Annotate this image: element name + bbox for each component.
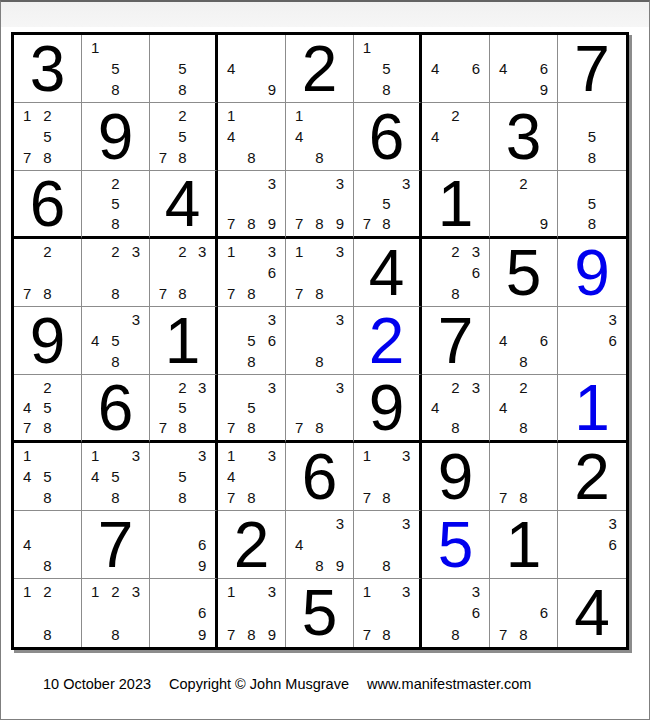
candidate-slot-empty (221, 262, 241, 283)
candidate-slot-empty (192, 79, 212, 100)
candidate-digit: 8 (377, 555, 397, 576)
candidate-slot-empty (58, 126, 78, 147)
candidate-digit: 3 (192, 377, 212, 397)
cell-r3c3[interactable]: 4 (150, 171, 218, 239)
candidate-slot-empty (582, 105, 603, 126)
cell-r4c6[interactable]: 4 (354, 239, 422, 307)
candidate-slot-empty (445, 37, 465, 58)
candidate-grid: 148 (218, 103, 285, 170)
candidate-slot-empty (513, 602, 533, 623)
given-digit: 6 (14, 171, 81, 236)
candidate-slot-empty (561, 513, 582, 534)
candidate-slot-empty (561, 126, 582, 147)
candidate-digit: 8 (582, 147, 603, 168)
candidate-slot-empty (85, 487, 105, 508)
given-digit: 3 (490, 103, 557, 170)
candidate-slot-empty (309, 330, 329, 351)
candidate-slot-empty (289, 193, 309, 213)
candidate-slot-empty (602, 214, 623, 234)
cell-r8c2[interactable]: 7 (82, 511, 150, 579)
candidate-slot-empty (37, 513, 57, 534)
candidate-slot-empty (58, 147, 78, 168)
candidate-slot-empty (105, 445, 125, 466)
cell-r6c1[interactable]: 24578 (14, 375, 82, 443)
candidate-slot-empty (241, 466, 261, 487)
cell-r2c1[interactable]: 12578 (14, 103, 82, 171)
candidate-slot-empty (153, 602, 173, 623)
candidate-slot-empty (58, 418, 78, 438)
candidate-digit: 1 (357, 445, 377, 466)
given-digit: 4 (354, 239, 419, 306)
cell-r3c7[interactable]: 1 (422, 171, 490, 239)
cell-r3c5[interactable]: 3789 (286, 171, 354, 239)
candidate-grid: 58 (150, 35, 215, 102)
cell-r6c3[interactable]: 23578 (150, 375, 218, 443)
cell-r2c2[interactable]: 9 (82, 103, 150, 171)
candidate-digit: 3 (466, 377, 486, 397)
candidate-digit: 7 (357, 624, 377, 645)
cell-r1c7[interactable]: 46 (422, 35, 490, 103)
candidate-digit: 3 (602, 309, 623, 330)
candidate-slot-empty (85, 58, 105, 79)
cell-r6c6[interactable]: 9 (354, 375, 422, 443)
cell-r7c5[interactable]: 6 (286, 443, 354, 511)
cell-r6c8[interactable]: 248 (490, 375, 558, 443)
candidate-digit: 3 (330, 377, 350, 397)
candidate-slot-empty (425, 418, 445, 438)
candidate-slot-empty (493, 466, 513, 487)
cell-r8c8[interactable]: 1 (490, 511, 558, 579)
candidate-grid: 3489 (286, 511, 353, 578)
candidate-digit: 3 (396, 445, 416, 466)
candidate-slot-empty (466, 283, 486, 304)
candidate-digit: 4 (289, 126, 309, 147)
candidate-slot-empty (126, 262, 146, 283)
cell-r8c5[interactable]: 3489 (286, 511, 354, 579)
cell-r8c9[interactable]: 36 (558, 511, 626, 579)
candidate-digit: 6 (534, 58, 554, 79)
candidate-digit: 2 (445, 105, 465, 126)
candidate-slot-empty (602, 173, 623, 193)
candidate-slot-empty (377, 513, 397, 534)
candidate-slot-empty (493, 445, 513, 466)
cell-r5c3[interactable]: 1 (150, 307, 218, 375)
candidate-slot-empty (221, 193, 241, 213)
candidate-digit: 5 (105, 466, 125, 487)
candidate-slot-empty (126, 283, 146, 304)
footer-website: www.manifestmaster.com (367, 676, 531, 692)
given-digit: 9 (82, 103, 149, 170)
cell-r9c5[interactable]: 5 (286, 579, 354, 647)
candidate-slot-empty (534, 397, 554, 417)
candidate-slot-empty (513, 79, 533, 100)
candidate-slot-empty (330, 330, 350, 351)
candidate-slot-empty (309, 377, 329, 397)
given-digit: 9 (14, 307, 81, 374)
cell-r5c4[interactable]: 3568 (218, 307, 286, 375)
candidate-slot-empty (192, 397, 212, 417)
candidate-digit: 2 (105, 173, 125, 193)
candidate-slot-empty (153, 105, 173, 126)
cell-r5c9[interactable]: 36 (558, 307, 626, 375)
candidate-grid: 278 (14, 239, 81, 306)
candidate-slot-empty (493, 351, 513, 372)
candidate-digit: 1 (221, 581, 241, 602)
cell-r9c9[interactable]: 4 (558, 579, 626, 647)
candidate-slot-empty (192, 581, 212, 602)
candidate-slot-empty (192, 262, 212, 283)
candidate-slot-empty (241, 309, 261, 330)
candidate-slot-empty (153, 581, 173, 602)
candidate-slot-empty (357, 534, 377, 555)
cell-r3c4[interactable]: 3789 (218, 171, 286, 239)
candidate-grid: 38 (286, 307, 353, 374)
candidate-grid: 1378 (354, 443, 419, 510)
cell-r7c7[interactable]: 9 (422, 443, 490, 511)
cell-r5c2[interactable]: 3458 (82, 307, 150, 375)
candidate-slot-empty (85, 262, 105, 283)
candidate-slot-empty (396, 555, 416, 576)
cell-r2c3[interactable]: 2578 (150, 103, 218, 171)
given-digit: 4 (558, 579, 626, 647)
cell-r4c3[interactable]: 2378 (150, 239, 218, 307)
candidate-slot-empty (173, 624, 193, 645)
candidate-grid: 3789 (286, 171, 353, 236)
candidate-slot-empty (534, 581, 554, 602)
candidate-slot-empty (241, 58, 261, 79)
given-digit: 7 (558, 35, 626, 102)
cell-r5c7[interactable]: 7 (422, 307, 490, 375)
candidate-slot-empty (582, 555, 603, 576)
candidate-slot-empty (493, 193, 513, 213)
candidate-slot-empty (602, 147, 623, 168)
candidate-slot-empty (425, 624, 445, 645)
cell-r5c5[interactable]: 38 (286, 307, 354, 375)
cell-r3c1[interactable]: 6 (14, 171, 82, 239)
candidate-digit: 8 (241, 147, 261, 168)
candidate-digit: 7 (357, 214, 377, 234)
candidate-digit: 4 (425, 126, 445, 147)
candidate-grid: 13678 (218, 239, 285, 306)
cell-r8c7[interactable]: 5 (422, 511, 490, 579)
candidate-digit: 6 (534, 330, 554, 351)
candidate-digit: 4 (221, 126, 241, 147)
cell-r2c8[interactable]: 3 (490, 103, 558, 171)
cell-r9c6[interactable]: 1378 (354, 579, 422, 647)
cell-r9c1[interactable]: 128 (14, 579, 82, 647)
candidate-slot-empty (241, 581, 261, 602)
candidate-digit: 3 (262, 445, 282, 466)
cell-r8c6[interactable]: 38 (354, 511, 422, 579)
candidate-digit: 3 (396, 513, 416, 534)
cell-r6c9[interactable]: 1 (558, 375, 626, 443)
candidate-slot-empty (561, 351, 582, 372)
candidate-digit: 8 (445, 624, 465, 645)
cell-r9c7[interactable]: 368 (422, 579, 490, 647)
cell-r4c7[interactable]: 2368 (422, 239, 490, 307)
candidate-slot-empty (289, 351, 309, 372)
candidate-digit: 8 (309, 418, 329, 438)
cell-r9c2[interactable]: 1238 (82, 579, 150, 647)
candidate-slot-empty (126, 173, 146, 193)
candidate-digit: 4 (493, 397, 513, 417)
cell-r9c8[interactable]: 678 (490, 579, 558, 647)
cell-r4c9[interactable]: 9 (558, 239, 626, 307)
candidate-slot-empty (513, 397, 533, 417)
cell-r3c9[interactable]: 58 (558, 171, 626, 239)
candidate-slot-empty (513, 214, 533, 234)
candidate-slot-empty (377, 581, 397, 602)
candidate-slot-empty (192, 466, 212, 487)
cell-r7c6[interactable]: 1378 (354, 443, 422, 511)
candidate-digit: 8 (513, 487, 533, 508)
candidate-digit: 7 (289, 283, 309, 304)
candidate-slot-empty (17, 241, 37, 262)
candidate-digit: 7 (289, 418, 309, 438)
candidate-slot-empty (513, 330, 533, 351)
cell-r6c5[interactable]: 378 (286, 375, 354, 443)
cell-r7c8[interactable]: 78 (490, 443, 558, 511)
candidate-digit: 8 (37, 147, 57, 168)
candidate-slot-empty (126, 58, 146, 79)
candidate-digit: 3 (192, 445, 212, 466)
cell-r2c5[interactable]: 148 (286, 103, 354, 171)
cell-r6c2[interactable]: 6 (82, 375, 150, 443)
cell-r1c8[interactable]: 469 (490, 35, 558, 103)
candidate-digit: 4 (221, 466, 241, 487)
candidate-grid: 378 (286, 375, 353, 440)
cell-r2c9[interactable]: 58 (558, 103, 626, 171)
candidate-digit: 2 (105, 581, 125, 602)
candidate-slot-empty (262, 602, 282, 623)
candidate-digit: 8 (37, 487, 57, 508)
candidate-digit: 8 (37, 283, 57, 304)
candidate-digit: 5 (37, 126, 57, 147)
candidate-slot-empty (58, 555, 78, 576)
candidate-slot-empty (262, 487, 282, 508)
cell-r4c1[interactable]: 278 (14, 239, 82, 307)
cell-r4c5[interactable]: 1378 (286, 239, 354, 307)
candidate-digit: 8 (513, 418, 533, 438)
candidate-slot-empty (126, 466, 146, 487)
candidate-grid: 1378 (354, 579, 419, 647)
cell-r2c7[interactable]: 24 (422, 103, 490, 171)
candidate-digit: 8 (105, 624, 125, 645)
candidate-slot-empty (126, 602, 146, 623)
candidate-slot-empty (425, 262, 445, 283)
cell-r3c6[interactable]: 3578 (354, 171, 422, 239)
candidate-slot-empty (396, 79, 416, 100)
candidate-grid: 678 (490, 579, 557, 647)
cell-r6c4[interactable]: 3578 (218, 375, 286, 443)
candidate-slot-empty (58, 445, 78, 466)
candidate-digit: 6 (192, 602, 212, 623)
candidate-slot-empty (241, 126, 261, 147)
cell-r1c3[interactable]: 58 (150, 35, 218, 103)
candidate-grid: 368 (422, 579, 489, 647)
candidate-digit: 8 (173, 79, 193, 100)
candidate-grid: 46 (422, 35, 489, 102)
solved-digit: 1 (558, 375, 626, 440)
candidate-slot-empty (221, 147, 241, 168)
candidate-digit: 8 (445, 283, 465, 304)
cell-r1c2[interactable]: 158 (82, 35, 150, 103)
candidate-grid: 12578 (14, 103, 81, 170)
candidate-slot-empty (602, 126, 623, 147)
candidate-slot-empty (513, 58, 533, 79)
candidate-slot-empty (534, 624, 554, 645)
cell-r8c4[interactable]: 2 (218, 511, 286, 579)
candidate-digit: 3 (330, 309, 350, 330)
candidate-slot-empty (173, 445, 193, 466)
candidate-digit: 9 (330, 214, 350, 234)
candidate-slot-empty (425, 377, 445, 397)
candidate-slot-empty (445, 147, 465, 168)
candidate-digit: 3 (602, 513, 623, 534)
candidate-slot-empty (493, 418, 513, 438)
cell-r5c1[interactable]: 9 (14, 307, 82, 375)
candidate-digit: 4 (17, 397, 37, 417)
cell-r1c9[interactable]: 7 (558, 35, 626, 103)
candidate-slot-empty (466, 624, 486, 645)
cell-r7c4[interactable]: 13478 (218, 443, 286, 511)
candidate-digit: 8 (105, 487, 125, 508)
candidate-slot-empty (425, 581, 445, 602)
cell-r3c8[interactable]: 29 (490, 171, 558, 239)
cell-r7c2[interactable]: 13458 (82, 443, 150, 511)
candidate-digit: 2 (173, 241, 193, 262)
given-digit: 2 (558, 443, 626, 510)
candidate-slot-empty (466, 79, 486, 100)
candidate-digit: 9 (262, 79, 282, 100)
candidate-digit: 8 (309, 283, 329, 304)
candidate-slot-empty (309, 193, 329, 213)
candidate-slot-empty (153, 262, 173, 283)
candidate-grid: 258 (82, 171, 149, 236)
solved-digit: 9 (558, 239, 626, 306)
cell-r1c4[interactable]: 49 (218, 35, 286, 103)
cell-r8c1[interactable]: 48 (14, 511, 82, 579)
candidate-slot-empty (17, 555, 37, 576)
puzzle-page: 3158584921584646971257892578148148624358… (0, 0, 650, 720)
candidate-slot-empty (425, 241, 445, 262)
candidate-slot-empty (192, 513, 212, 534)
candidate-slot-empty (241, 241, 261, 262)
candidate-slot-empty (173, 602, 193, 623)
candidate-digit: 7 (17, 147, 37, 168)
candidate-digit: 6 (534, 602, 554, 623)
candidate-slot-empty (153, 513, 173, 534)
given-digit: 5 (286, 579, 353, 647)
candidate-digit: 3 (330, 513, 350, 534)
candidate-digit: 4 (17, 466, 37, 487)
cell-r2c4[interactable]: 148 (218, 103, 286, 171)
candidate-digit: 1 (221, 105, 241, 126)
candidate-slot-empty (513, 309, 533, 330)
given-digit: 6 (286, 443, 353, 510)
candidate-digit: 6 (602, 534, 623, 555)
candidate-slot-empty (513, 466, 533, 487)
cell-r5c8[interactable]: 468 (490, 307, 558, 375)
cell-r5c6[interactable]: 2 (354, 307, 422, 375)
candidate-slot-empty (330, 193, 350, 213)
candidate-slot-empty (357, 79, 377, 100)
candidate-digit: 8 (309, 351, 329, 372)
candidate-slot-empty (153, 377, 173, 397)
candidate-slot-empty (466, 418, 486, 438)
candidate-slot-empty (37, 534, 57, 555)
cell-r4c2[interactable]: 238 (82, 239, 150, 307)
candidate-slot-empty (262, 126, 282, 147)
candidate-digit: 4 (425, 397, 445, 417)
cell-r1c6[interactable]: 158 (354, 35, 422, 103)
candidate-digit: 7 (493, 487, 513, 508)
candidate-grid: 3458 (82, 307, 149, 374)
candidate-slot-empty (425, 105, 445, 126)
cell-r9c4[interactable]: 13789 (218, 579, 286, 647)
given-digit: 4 (150, 171, 215, 236)
candidate-slot-empty (241, 445, 261, 466)
candidate-digit: 8 (377, 214, 397, 234)
cell-r1c5[interactable]: 2 (286, 35, 354, 103)
candidate-slot-empty (561, 534, 582, 555)
candidate-slot-empty (396, 466, 416, 487)
candidate-slot-empty (357, 602, 377, 623)
candidate-digit: 3 (126, 241, 146, 262)
cell-r4c8[interactable]: 5 (490, 239, 558, 307)
cell-r8c3[interactable]: 69 (150, 511, 218, 579)
candidate-slot-empty (58, 241, 78, 262)
cell-r6c7[interactable]: 2348 (422, 375, 490, 443)
candidate-slot-empty (192, 105, 212, 126)
candidate-slot-empty (330, 283, 350, 304)
candidate-slot-empty (153, 397, 173, 417)
given-digit: 1 (150, 307, 215, 374)
cell-r1c1[interactable]: 3 (14, 35, 82, 103)
cell-r7c9[interactable]: 2 (558, 443, 626, 511)
candidate-slot-empty (582, 330, 603, 351)
candidate-slot-empty (262, 283, 282, 304)
cell-r4c4[interactable]: 13678 (218, 239, 286, 307)
cell-r3c2[interactable]: 258 (82, 171, 150, 239)
candidate-slot-empty (534, 173, 554, 193)
candidate-grid: 248 (490, 375, 557, 440)
candidate-slot-empty (493, 79, 513, 100)
candidate-slot-empty (58, 581, 78, 602)
candidate-slot-empty (192, 487, 212, 508)
candidate-slot-empty (357, 513, 377, 534)
candidate-digit: 3 (262, 173, 282, 193)
candidate-digit: 5 (105, 58, 125, 79)
cell-r7c3[interactable]: 358 (150, 443, 218, 511)
candidate-slot-empty (582, 173, 603, 193)
candidate-grid: 69 (150, 511, 215, 578)
candidate-digit: 6 (602, 330, 623, 351)
candidate-slot-empty (357, 193, 377, 213)
candidate-slot-empty (153, 445, 173, 466)
cell-r9c3[interactable]: 69 (150, 579, 218, 647)
candidate-slot-empty (37, 602, 57, 623)
candidate-slot-empty (58, 262, 78, 283)
candidate-slot-empty (105, 309, 125, 330)
candidate-slot-empty (221, 330, 241, 351)
cell-r2c6[interactable]: 6 (354, 103, 422, 171)
candidate-slot-empty (534, 487, 554, 508)
candidate-slot-empty (153, 555, 173, 576)
candidate-slot-empty (602, 193, 623, 213)
cell-r7c1[interactable]: 1458 (14, 443, 82, 511)
candidate-slot-empty (309, 309, 329, 330)
